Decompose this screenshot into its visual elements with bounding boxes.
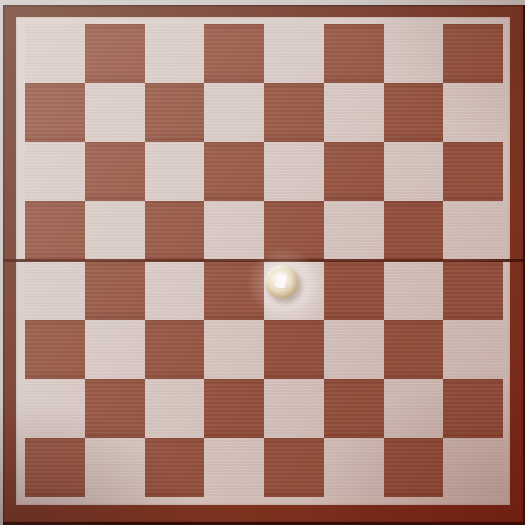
square-c7[interactable]	[145, 83, 205, 142]
square-b1[interactable]	[85, 438, 145, 497]
square-a6[interactable]	[25, 142, 85, 201]
square-b4[interactable]	[85, 261, 145, 320]
square-e6[interactable]	[264, 142, 324, 201]
square-a4[interactable]	[25, 261, 85, 320]
square-h4[interactable]	[443, 261, 503, 320]
square-d3[interactable]	[204, 320, 264, 379]
square-a2[interactable]	[25, 379, 85, 438]
square-e8[interactable]	[264, 24, 324, 83]
square-c2[interactable]	[145, 379, 205, 438]
square-g3[interactable]	[384, 320, 444, 379]
square-e4[interactable]: ♙	[264, 261, 324, 320]
square-c6[interactable]	[145, 142, 205, 201]
square-h1[interactable]	[443, 438, 503, 497]
square-h2[interactable]	[443, 379, 503, 438]
square-a3[interactable]	[25, 320, 85, 379]
square-a7[interactable]	[25, 83, 85, 142]
square-e5[interactable]	[264, 201, 324, 260]
square-f2[interactable]	[324, 379, 384, 438]
square-g4[interactable]	[384, 261, 444, 320]
square-g1[interactable]	[384, 438, 444, 497]
square-e2[interactable]	[264, 379, 324, 438]
square-g5[interactable]	[384, 201, 444, 260]
square-a5[interactable]	[25, 201, 85, 260]
square-f6[interactable]	[324, 142, 384, 201]
square-b3[interactable]	[85, 320, 145, 379]
square-f3[interactable]	[324, 320, 384, 379]
square-b6[interactable]	[85, 142, 145, 201]
square-b2[interactable]	[85, 379, 145, 438]
square-h7[interactable]	[443, 83, 503, 142]
square-b7[interactable]	[85, 83, 145, 142]
square-d5[interactable]	[204, 201, 264, 260]
square-f8[interactable]	[324, 24, 384, 83]
square-c1[interactable]	[145, 438, 205, 497]
square-f7[interactable]	[324, 83, 384, 142]
square-c4[interactable]	[145, 261, 205, 320]
square-c8[interactable]	[145, 24, 205, 83]
square-f5[interactable]	[324, 201, 384, 260]
square-e7[interactable]	[264, 83, 324, 142]
square-g7[interactable]	[384, 83, 444, 142]
square-b5[interactable]	[85, 201, 145, 260]
square-d4[interactable]	[204, 261, 264, 320]
fold-seam	[3, 259, 523, 262]
square-h3[interactable]	[443, 320, 503, 379]
square-d2[interactable]	[204, 379, 264, 438]
square-a1[interactable]	[25, 438, 85, 497]
square-b8[interactable]	[85, 24, 145, 83]
square-g6[interactable]	[384, 142, 444, 201]
square-h6[interactable]	[443, 142, 503, 201]
square-d7[interactable]	[204, 83, 264, 142]
square-h5[interactable]	[443, 201, 503, 260]
piece-white-pawn[interactable]: ♙	[265, 265, 299, 299]
square-g2[interactable]	[384, 379, 444, 438]
square-f1[interactable]	[324, 438, 384, 497]
square-h8[interactable]	[443, 24, 503, 83]
square-c5[interactable]	[145, 201, 205, 260]
chessboard-photo: ♙	[0, 0, 525, 525]
square-e3[interactable]	[264, 320, 324, 379]
square-d1[interactable]	[204, 438, 264, 497]
square-d8[interactable]	[204, 24, 264, 83]
square-c3[interactable]	[145, 320, 205, 379]
square-d6[interactable]	[204, 142, 264, 201]
square-e1[interactable]	[264, 438, 324, 497]
square-g8[interactable]	[384, 24, 444, 83]
square-f4[interactable]	[324, 261, 384, 320]
square-a8[interactable]	[25, 24, 85, 83]
